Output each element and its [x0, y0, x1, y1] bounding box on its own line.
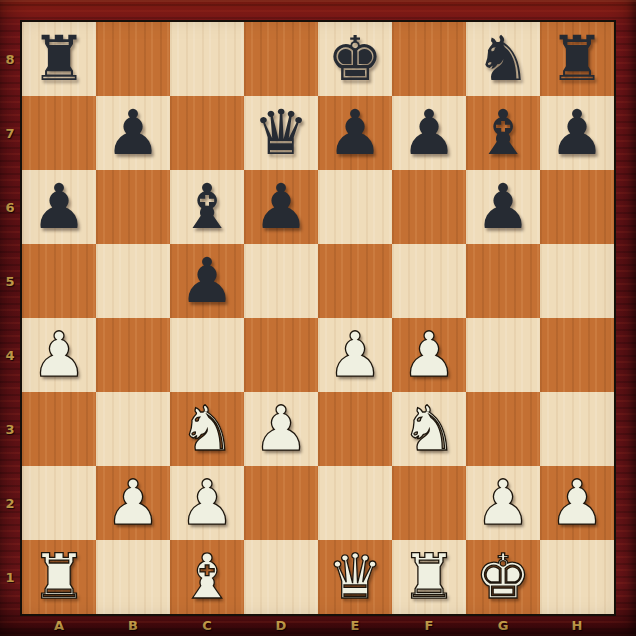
black-pawn[interactable]: ♟ [244, 170, 318, 244]
black-rook[interactable]: ♜ [540, 22, 614, 96]
square-g7[interactable]: ♝ [466, 96, 540, 170]
file-label-f: F [392, 614, 466, 636]
square-c1[interactable]: ♝ [170, 540, 244, 614]
square-b5[interactable] [96, 244, 170, 318]
square-g8[interactable]: ♞ [466, 22, 540, 96]
square-f1[interactable]: ♜ [392, 540, 466, 614]
square-c5[interactable]: ♟ [170, 244, 244, 318]
file-label-c: C [170, 614, 244, 636]
square-g5[interactable] [466, 244, 540, 318]
square-a3[interactable] [22, 392, 96, 466]
square-g1[interactable]: ♚ [466, 540, 540, 614]
file-label-g: G [466, 614, 540, 636]
square-e8[interactable]: ♚ [318, 22, 392, 96]
square-a1[interactable]: ♜ [22, 540, 96, 614]
rank-label-4: 4 [0, 318, 20, 392]
file-label-h: H [540, 614, 614, 636]
square-a5[interactable] [22, 244, 96, 318]
square-a7[interactable] [22, 96, 96, 170]
rank-label-5: 5 [0, 244, 20, 318]
black-queen[interactable]: ♛ [244, 96, 318, 170]
square-h2[interactable]: ♟ [540, 466, 614, 540]
square-e3[interactable] [318, 392, 392, 466]
square-h8[interactable]: ♜ [540, 22, 614, 96]
square-g2[interactable]: ♟ [466, 466, 540, 540]
black-pawn[interactable]: ♟ [540, 96, 614, 170]
square-h6[interactable] [540, 170, 614, 244]
square-d2[interactable] [244, 466, 318, 540]
square-g4[interactable] [466, 318, 540, 392]
square-b8[interactable] [96, 22, 170, 96]
square-f5[interactable] [392, 244, 466, 318]
white-pawn[interactable]: ♟ [170, 466, 244, 540]
square-f2[interactable] [392, 466, 466, 540]
square-d5[interactable] [244, 244, 318, 318]
square-f6[interactable] [392, 170, 466, 244]
square-c8[interactable] [170, 22, 244, 96]
square-a6[interactable]: ♟ [22, 170, 96, 244]
square-f3[interactable]: ♞ [392, 392, 466, 466]
square-e6[interactable] [318, 170, 392, 244]
white-pawn[interactable]: ♟ [466, 466, 540, 540]
square-a8[interactable]: ♜ [22, 22, 96, 96]
file-label-e: E [318, 614, 392, 636]
square-f8[interactable] [392, 22, 466, 96]
square-d6[interactable]: ♟ [244, 170, 318, 244]
white-rook[interactable]: ♜ [22, 540, 96, 614]
black-knight[interactable]: ♞ [466, 22, 540, 96]
black-pawn[interactable]: ♟ [318, 96, 392, 170]
square-b1[interactable] [96, 540, 170, 614]
black-pawn[interactable]: ♟ [170, 244, 244, 318]
chess-board-frame: 87654321 ABCDEFGH ♜♚♞♜♟♛♟♟♝♟♟♝♟♟♟♟♟♟♞♟♞♟… [0, 0, 636, 636]
white-pawn[interactable]: ♟ [22, 318, 96, 392]
file-label-d: D [244, 614, 318, 636]
white-knight[interactable]: ♞ [170, 392, 244, 466]
square-c7[interactable] [170, 96, 244, 170]
white-queen[interactable]: ♛ [318, 540, 392, 614]
white-pawn[interactable]: ♟ [244, 392, 318, 466]
chess-board: ♜♚♞♜♟♛♟♟♝♟♟♝♟♟♟♟♟♟♞♟♞♟♟♟♟♜♝♛♜♚ [20, 20, 616, 616]
white-knight[interactable]: ♞ [392, 392, 466, 466]
square-a4[interactable]: ♟ [22, 318, 96, 392]
square-e5[interactable] [318, 244, 392, 318]
file-label-a: A [22, 614, 96, 636]
square-a2[interactable] [22, 466, 96, 540]
rank-label-8: 8 [0, 22, 20, 96]
square-b2[interactable]: ♟ [96, 466, 170, 540]
black-pawn[interactable]: ♟ [466, 170, 540, 244]
black-pawn[interactable]: ♟ [392, 96, 466, 170]
black-pawn[interactable]: ♟ [22, 170, 96, 244]
square-c6[interactable]: ♝ [170, 170, 244, 244]
square-d1[interactable] [244, 540, 318, 614]
square-h3[interactable] [540, 392, 614, 466]
white-pawn[interactable]: ♟ [96, 466, 170, 540]
rank-label-2: 2 [0, 466, 20, 540]
square-h1[interactable] [540, 540, 614, 614]
white-pawn[interactable]: ♟ [540, 466, 614, 540]
square-d3[interactable]: ♟ [244, 392, 318, 466]
square-c3[interactable]: ♞ [170, 392, 244, 466]
square-f4[interactable]: ♟ [392, 318, 466, 392]
square-c4[interactable] [170, 318, 244, 392]
rank-label-7: 7 [0, 96, 20, 170]
rank-label-6: 6 [0, 170, 20, 244]
square-g6[interactable]: ♟ [466, 170, 540, 244]
square-b3[interactable] [96, 392, 170, 466]
square-d7[interactable]: ♛ [244, 96, 318, 170]
white-pawn[interactable]: ♟ [392, 318, 466, 392]
square-h4[interactable] [540, 318, 614, 392]
file-label-b: B [96, 614, 170, 636]
white-pawn[interactable]: ♟ [318, 318, 392, 392]
square-h5[interactable] [540, 244, 614, 318]
square-d8[interactable] [244, 22, 318, 96]
square-h7[interactable]: ♟ [540, 96, 614, 170]
black-bishop[interactable]: ♝ [170, 170, 244, 244]
square-b6[interactable] [96, 170, 170, 244]
rank-label-3: 3 [0, 392, 20, 466]
square-e1[interactable]: ♛ [318, 540, 392, 614]
rank-label-1: 1 [0, 540, 20, 614]
square-c2[interactable]: ♟ [170, 466, 244, 540]
square-d4[interactable] [244, 318, 318, 392]
square-e7[interactable]: ♟ [318, 96, 392, 170]
black-rook[interactable]: ♜ [22, 22, 96, 96]
square-b4[interactable] [96, 318, 170, 392]
black-king[interactable]: ♚ [318, 22, 392, 96]
white-rook[interactable]: ♜ [392, 540, 466, 614]
square-b7[interactable]: ♟ [96, 96, 170, 170]
square-f7[interactable]: ♟ [392, 96, 466, 170]
square-g3[interactable] [466, 392, 540, 466]
black-bishop[interactable]: ♝ [466, 96, 540, 170]
rank-labels: 87654321 [0, 22, 20, 614]
square-e4[interactable]: ♟ [318, 318, 392, 392]
file-labels: ABCDEFGH [22, 614, 614, 636]
square-e2[interactable] [318, 466, 392, 540]
white-bishop[interactable]: ♝ [170, 540, 244, 614]
white-king[interactable]: ♚ [466, 540, 540, 614]
black-pawn[interactable]: ♟ [96, 96, 170, 170]
